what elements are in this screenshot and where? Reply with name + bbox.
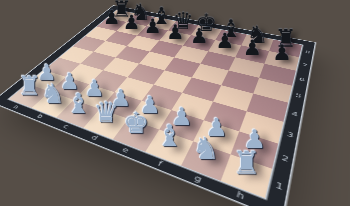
rank-label-8: 8 bbox=[301, 49, 314, 56]
piece-white-bishop-f1[interactable]: ♝ bbox=[156, 121, 183, 151]
rank-label-1: 1 bbox=[269, 178, 290, 195]
piece-white-bishop-c1[interactable]: ♝ bbox=[66, 90, 91, 118]
piece-black-pawn-b7[interactable]: ♟ bbox=[123, 13, 141, 33]
chess-scene: abcdefgh 12345678 ♜♞♝♛♚♝♞♜♟♟♟♟♟♟♟♟♟♟♟♟♟♟… bbox=[0, 0, 350, 206]
piece-white-king-e1[interactable]: ♚ bbox=[123, 109, 149, 138]
rank-label-3: 3 bbox=[281, 129, 299, 141]
piece-white-knight-g1[interactable]: ♞ bbox=[192, 133, 220, 164]
piece-white-queen-d1[interactable]: ♛ bbox=[93, 99, 118, 127]
piece-black-pawn-f7[interactable]: ♟ bbox=[216, 31, 235, 52]
piece-black-pawn-g7[interactable]: ♟ bbox=[243, 37, 262, 58]
piece-black-pawn-e7[interactable]: ♟ bbox=[190, 26, 208, 47]
piece-black-pawn-d7[interactable]: ♟ bbox=[166, 21, 184, 41]
piece-white-knight-b1[interactable]: ♞ bbox=[41, 81, 65, 108]
piece-white-rook-a1[interactable]: ♜ bbox=[18, 73, 42, 99]
rank-label-7: 7 bbox=[298, 61, 312, 68]
rank-label-6: 6 bbox=[294, 75, 309, 83]
piece-white-rook-h1[interactable]: ♜ bbox=[232, 147, 261, 179]
rank-label-4: 4 bbox=[286, 109, 303, 120]
pieces-layer: ♜♞♝♛♚♝♞♜♟♟♟♟♟♟♟♟♟♟♟♟♟♟♟♟♜♞♝♛♚♝♞♜ bbox=[0, 0, 350, 206]
rank-label-5: 5 bbox=[291, 91, 307, 100]
piece-black-pawn-a7[interactable]: ♟ bbox=[103, 9, 120, 28]
piece-black-pawn-c7[interactable]: ♟ bbox=[144, 17, 162, 37]
rank-label-2: 2 bbox=[275, 152, 294, 166]
piece-black-pawn-h7[interactable]: ♟ bbox=[272, 43, 291, 65]
